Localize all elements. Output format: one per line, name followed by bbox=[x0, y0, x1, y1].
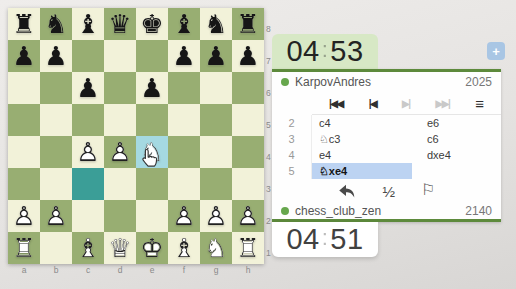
clock-colon: : bbox=[322, 37, 329, 63]
move-row-5: 5♘xe4 bbox=[272, 163, 501, 179]
white-pawn[interactable]: ♟♙ bbox=[44, 203, 67, 229]
panel-card: KarpovAndres 2025 |◀◀ |◀ ▶| ▶▶| ≡ 2c4e63… bbox=[272, 69, 501, 222]
white-bishop[interactable]: ♝♗ bbox=[172, 235, 195, 261]
add-button[interactable]: + bbox=[487, 42, 505, 60]
game-panel: 04:53 + KarpovAndres 2025 |◀◀ |◀ ▶| ▶▶| … bbox=[272, 34, 501, 257]
square-g2[interactable]: ♟♙ bbox=[200, 200, 232, 232]
black-pawn[interactable]: ♟ bbox=[44, 43, 67, 69]
square-e5[interactable] bbox=[136, 104, 168, 136]
square-a1[interactable]: ♜♖ bbox=[8, 232, 40, 264]
square-c3[interactable] bbox=[72, 168, 104, 200]
file-label-g: g bbox=[200, 265, 232, 275]
bottom-clock-minutes: 04 bbox=[286, 223, 319, 256]
white-pawn[interactable]: ♟♙ bbox=[236, 203, 259, 229]
white-bishop[interactable]: ♝♗ bbox=[76, 235, 99, 261]
square-d3[interactable] bbox=[104, 168, 136, 200]
square-f3[interactable] bbox=[168, 168, 200, 200]
square-h2[interactable]: ♟♙ bbox=[232, 200, 264, 232]
piece-outline: ♕ bbox=[108, 233, 131, 263]
online-dot-icon bbox=[281, 78, 289, 86]
square-a7[interactable]: ♟ bbox=[8, 40, 40, 72]
piece-outline: ♙ bbox=[236, 201, 259, 231]
piece-outline: ♘ bbox=[140, 137, 163, 167]
white-knight[interactable]: ♞♘ bbox=[140, 139, 163, 165]
square-a3[interactable] bbox=[8, 168, 40, 200]
clock-colon: : bbox=[322, 225, 329, 251]
piece-outline: ♙ bbox=[12, 201, 35, 231]
square-c5[interactable] bbox=[72, 104, 104, 136]
move-row-2: 2c4e6 bbox=[272, 115, 501, 131]
square-f4[interactable] bbox=[168, 136, 200, 168]
file-labels: abcdefgh bbox=[8, 265, 264, 275]
move-3-white[interactable]: ♘c3 bbox=[312, 131, 412, 147]
square-a5[interactable] bbox=[8, 104, 40, 136]
square-c6[interactable]: ♟ bbox=[72, 72, 104, 104]
previous-move-button[interactable]: |◀ bbox=[369, 98, 377, 109]
square-d2[interactable] bbox=[104, 200, 136, 232]
square-e4[interactable]: ♞♘ bbox=[136, 136, 168, 168]
piece-outline: ♖ bbox=[236, 233, 259, 263]
square-h8[interactable]: ♜ bbox=[232, 8, 264, 40]
square-f1[interactable]: ♝♗ bbox=[168, 232, 200, 264]
white-pawn[interactable]: ♟♙ bbox=[12, 203, 35, 229]
black-rook[interactable]: ♜ bbox=[236, 11, 259, 37]
square-d5[interactable] bbox=[104, 104, 136, 136]
square-c1[interactable]: ♝♗ bbox=[72, 232, 104, 264]
bottom-player-row: chess_club_zen 2140 bbox=[272, 203, 501, 219]
white-rook[interactable]: ♜♖ bbox=[236, 235, 259, 261]
square-e1[interactable]: ♚♔ bbox=[136, 232, 168, 264]
black-knight[interactable]: ♞ bbox=[204, 11, 227, 37]
square-g5[interactable] bbox=[200, 104, 232, 136]
square-d4[interactable]: ♟♙ bbox=[104, 136, 136, 168]
top-player-rating: 2025 bbox=[465, 75, 492, 89]
square-h6[interactable] bbox=[232, 72, 264, 104]
move-4-white[interactable]: e4 bbox=[312, 147, 412, 163]
square-e8[interactable]: ♚ bbox=[136, 8, 168, 40]
square-d8[interactable]: ♛ bbox=[104, 8, 136, 40]
move-row-4: 4e4dxe4 bbox=[272, 147, 501, 163]
square-b2[interactable]: ♟♙ bbox=[40, 200, 72, 232]
black-king[interactable]: ♚ bbox=[140, 11, 163, 37]
move-number: 3 bbox=[272, 131, 312, 147]
square-c8[interactable]: ♝ bbox=[72, 8, 104, 40]
online-dot-icon bbox=[281, 207, 289, 215]
square-b7[interactable]: ♟ bbox=[40, 40, 72, 72]
last-move-button[interactable]: ▶▶| bbox=[436, 98, 450, 109]
white-rook[interactable]: ♜♖ bbox=[12, 235, 35, 261]
bottom-player-rating: 2140 bbox=[465, 204, 492, 218]
file-label-b: b bbox=[40, 265, 72, 275]
black-pawn[interactable]: ♟ bbox=[204, 43, 227, 69]
square-e6[interactable]: ♟ bbox=[136, 72, 168, 104]
move-number: 5 bbox=[272, 163, 312, 179]
square-a2[interactable]: ♟♙ bbox=[8, 200, 40, 232]
move-list: 2c4e63♘c3c64e4dxe45♘xe4 bbox=[272, 115, 501, 179]
piece-outline: ♗ bbox=[172, 233, 195, 263]
black-rook[interactable]: ♜ bbox=[12, 11, 35, 37]
move-2-white[interactable]: c4 bbox=[312, 115, 412, 131]
white-queen[interactable]: ♛♕ bbox=[108, 235, 131, 261]
black-pawn[interactable]: ♟ bbox=[140, 75, 163, 101]
top-player-row: KarpovAndres 2025 bbox=[272, 72, 501, 92]
square-e2[interactable] bbox=[136, 200, 168, 232]
white-pawn[interactable]: ♟♙ bbox=[108, 139, 131, 165]
black-queen[interactable]: ♛ bbox=[108, 11, 131, 37]
square-h3[interactable] bbox=[232, 168, 264, 200]
file-label-d: d bbox=[104, 265, 136, 275]
square-c4[interactable]: ♟♙ bbox=[72, 136, 104, 168]
resign-flag-icon[interactable]: ⚐ bbox=[421, 182, 435, 198]
square-g8[interactable]: ♞ bbox=[200, 8, 232, 40]
square-g3[interactable] bbox=[200, 168, 232, 200]
white-pawn[interactable]: ♟♙ bbox=[76, 139, 99, 165]
black-bishop[interactable]: ♝ bbox=[76, 11, 99, 37]
black-pawn[interactable]: ♟ bbox=[172, 43, 195, 69]
square-h1[interactable]: ♜♖ bbox=[232, 232, 264, 264]
move-number: 2 bbox=[272, 115, 312, 131]
square-a4[interactable] bbox=[8, 136, 40, 168]
square-f7[interactable]: ♟ bbox=[168, 40, 200, 72]
bottom-clock-seconds: 51 bbox=[330, 223, 363, 256]
file-label-c: c bbox=[72, 265, 104, 275]
piece-outline: ♗ bbox=[76, 233, 99, 263]
menu-icon[interactable]: ≡ bbox=[475, 95, 484, 112]
square-a6[interactable] bbox=[8, 72, 40, 104]
piece-outline: ♙ bbox=[44, 201, 67, 231]
top-clock-seconds: 53 bbox=[330, 35, 363, 68]
piece-outline: ♖ bbox=[12, 233, 35, 263]
square-f6[interactable] bbox=[168, 72, 200, 104]
white-pawn[interactable]: ♟♙ bbox=[204, 203, 227, 229]
square-h4[interactable] bbox=[232, 136, 264, 168]
square-h7[interactable]: ♟ bbox=[232, 40, 264, 72]
square-c7[interactable] bbox=[72, 40, 104, 72]
next-move-button[interactable]: ▶| bbox=[402, 98, 410, 109]
square-f2[interactable]: ♟♙ bbox=[168, 200, 200, 232]
top-player-name[interactable]: KarpovAndres bbox=[295, 75, 371, 89]
move-3-black[interactable]: c6 bbox=[412, 133, 501, 145]
square-g1[interactable]: ♞♘ bbox=[200, 232, 232, 264]
move-nav-bar: |◀◀ |◀ ▶| ▶▶| ≡ bbox=[312, 92, 501, 115]
bottom-player-name[interactable]: chess_club_zen bbox=[295, 204, 381, 218]
square-g6[interactable] bbox=[200, 72, 232, 104]
square-e3[interactable] bbox=[136, 168, 168, 200]
square-d7[interactable] bbox=[104, 40, 136, 72]
square-d6[interactable] bbox=[104, 72, 136, 104]
square-h5[interactable] bbox=[232, 104, 264, 136]
black-pawn[interactable]: ♟ bbox=[236, 43, 259, 69]
square-c2[interactable] bbox=[72, 200, 104, 232]
square-d1[interactable]: ♛♕ bbox=[104, 232, 136, 264]
bottom-clock: 04:51 bbox=[272, 222, 378, 257]
black-pawn[interactable]: ♟ bbox=[76, 75, 99, 101]
square-b8[interactable]: ♞ bbox=[40, 8, 72, 40]
white-pawn[interactable]: ♟♙ bbox=[172, 203, 195, 229]
black-knight[interactable]: ♞ bbox=[44, 11, 67, 37]
white-knight[interactable]: ♞♘ bbox=[204, 235, 227, 261]
file-label-e: e bbox=[136, 265, 168, 275]
move-4-black[interactable]: dxe4 bbox=[412, 149, 501, 161]
move-2-black[interactable]: e6 bbox=[412, 117, 501, 129]
square-b4[interactable] bbox=[40, 136, 72, 168]
piece-outline: ♙ bbox=[76, 137, 99, 167]
square-g7[interactable]: ♟ bbox=[200, 40, 232, 72]
square-a8[interactable]: ♜ bbox=[8, 8, 40, 40]
piece-outline: ♙ bbox=[172, 201, 195, 231]
white-king[interactable]: ♚♔ bbox=[140, 235, 163, 261]
move-row-3: 3♘c3c6 bbox=[272, 131, 501, 147]
top-clock: 04:53 bbox=[272, 34, 378, 69]
square-f8[interactable]: ♝ bbox=[168, 8, 200, 40]
file-label-a: a bbox=[8, 265, 40, 275]
square-e7[interactable] bbox=[136, 40, 168, 72]
black-pawn[interactable]: ♟ bbox=[12, 43, 35, 69]
square-b3[interactable] bbox=[40, 168, 72, 200]
square-b6[interactable] bbox=[40, 72, 72, 104]
game-actions-bar: ½ ⚐ bbox=[272, 179, 501, 203]
piece-outline: ♔ bbox=[140, 233, 163, 263]
piece-outline: ♘ bbox=[204, 233, 227, 263]
file-label-h: h bbox=[232, 265, 264, 275]
draw-offer-button[interactable]: ½ bbox=[383, 184, 396, 199]
piece-outline: ♙ bbox=[204, 201, 227, 231]
black-bishop[interactable]: ♝ bbox=[172, 11, 195, 37]
square-f5[interactable] bbox=[168, 104, 200, 136]
first-move-button[interactable]: |◀◀ bbox=[329, 98, 343, 109]
chess-board[interactable]: ♜♞♝♛♚♝♞♜♟♟♟♟♟♟♟♟♙♟♙♞♘♟♙♟♙♟♙♟♙♟♙♜♖♝♗♛♕♚♔♝… bbox=[8, 8, 264, 264]
takeback-icon[interactable] bbox=[338, 184, 357, 199]
chess-app-screen: ♜♞♝♛♚♝♞♜♟♟♟♟♟♟♟♟♙♟♙♞♘♟♙♟♙♟♙♟♙♟♙♜♖♝♗♛♕♚♔♝… bbox=[0, 0, 516, 289]
square-g4[interactable] bbox=[200, 136, 232, 168]
square-b1[interactable] bbox=[40, 232, 72, 264]
move-number: 4 bbox=[272, 147, 312, 163]
piece-outline: ♙ bbox=[108, 137, 131, 167]
square-b5[interactable] bbox=[40, 104, 72, 136]
move-5-white[interactable]: ♘xe4 bbox=[312, 163, 412, 179]
file-label-f: f bbox=[168, 265, 200, 275]
top-clock-minutes: 04 bbox=[286, 35, 319, 68]
